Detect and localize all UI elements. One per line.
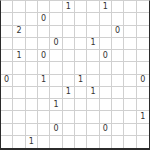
empty-cell-r10c2[interactable] — [26, 124, 38, 136]
empty-cell-r2c2[interactable] — [26, 26, 38, 38]
empty-cell-r9c2[interactable] — [26, 111, 38, 123]
empty-cell-r11c11[interactable] — [137, 136, 149, 148]
empty-cell-r1c7[interactable] — [87, 13, 99, 25]
empty-cell-r10c3[interactable] — [38, 124, 50, 136]
clue-cell-r7c7: 1 — [87, 87, 99, 99]
empty-cell-r11c9[interactable] — [112, 136, 124, 148]
empty-cell-r4c5[interactable] — [63, 50, 75, 62]
empty-cell-r1c0[interactable] — [1, 13, 13, 25]
clue-cell-r6c3: 1 — [38, 75, 50, 87]
empty-cell-r6c5[interactable] — [63, 75, 75, 87]
empty-cell-r11c0[interactable] — [1, 136, 13, 148]
empty-cell-r8c1[interactable] — [13, 99, 25, 111]
empty-cell-r11c5[interactable] — [63, 136, 75, 148]
empty-cell-r11c7[interactable] — [87, 136, 99, 148]
empty-cell-r6c9[interactable] — [112, 75, 124, 87]
empty-cell-r7c1[interactable] — [13, 87, 25, 99]
empty-cell-r7c9[interactable] — [112, 87, 124, 99]
empty-cell-r10c0[interactable] — [1, 124, 13, 136]
empty-cell-r5c9[interactable] — [112, 62, 124, 74]
empty-cell-r0c11[interactable] — [137, 1, 149, 13]
empty-cell-r9c9[interactable] — [112, 111, 124, 123]
empty-cell-r4c2[interactable] — [26, 50, 38, 62]
empty-cell-r4c7[interactable] — [87, 50, 99, 62]
empty-cell-r8c2[interactable] — [26, 99, 38, 111]
empty-cell-r6c4[interactable] — [50, 75, 62, 87]
clue-cell-r4c8: 0 — [100, 50, 112, 62]
empty-cell-r8c9[interactable] — [112, 99, 124, 111]
clue-cell-r0c5: 1 — [63, 1, 75, 13]
clue-cell-r6c6: 1 — [75, 75, 87, 87]
clue-cell-r7c5: 1 — [63, 87, 75, 99]
clue-cell-r6c0: 0 — [1, 75, 13, 87]
empty-cell-r10c10[interactable] — [124, 124, 136, 136]
clue-cell-r10c8: 0 — [100, 124, 112, 136]
empty-cell-r0c9[interactable] — [112, 1, 124, 13]
empty-cell-r4c10[interactable] — [124, 50, 136, 62]
empty-cell-r1c8[interactable] — [100, 13, 112, 25]
empty-cell-r2c4[interactable] — [50, 26, 62, 38]
empty-cell-r5c1[interactable] — [13, 62, 25, 74]
empty-cell-r4c4[interactable] — [50, 50, 62, 62]
empty-cell-r9c8[interactable] — [100, 111, 112, 123]
clue-cell-r2c9: 0 — [112, 26, 124, 38]
empty-cell-r1c11[interactable] — [137, 13, 149, 25]
empty-cell-r2c7[interactable] — [87, 26, 99, 38]
clue-cell-r0c8: 1 — [100, 1, 112, 13]
empty-cell-r8c6[interactable] — [75, 99, 87, 111]
empty-cell-r1c5[interactable] — [63, 13, 75, 25]
empty-cell-r2c5[interactable] — [63, 26, 75, 38]
empty-cell-r7c3[interactable] — [38, 87, 50, 99]
empty-cell-r3c2[interactable] — [26, 38, 38, 50]
empty-cell-r9c6[interactable] — [75, 111, 87, 123]
empty-cell-r6c2[interactable] — [26, 75, 38, 87]
empty-cell-r11c10[interactable] — [124, 136, 136, 148]
empty-cell-r5c5[interactable] — [63, 62, 75, 74]
empty-cell-r1c4[interactable] — [50, 13, 62, 25]
empty-cell-r11c1[interactable] — [13, 136, 25, 148]
empty-cell-r1c9[interactable] — [112, 13, 124, 25]
empty-cell-r5c10[interactable] — [124, 62, 136, 74]
clue-cell-r6c11: 0 — [137, 75, 149, 87]
empty-cell-r8c7[interactable] — [87, 99, 99, 111]
empty-cell-r2c8[interactable] — [100, 26, 112, 38]
clue-cell-r3c7: 1 — [87, 38, 99, 50]
empty-cell-r3c11[interactable] — [137, 38, 149, 50]
empty-cell-r2c10[interactable] — [124, 26, 136, 38]
puzzle-board: 110200110001101111001 — [0, 0, 150, 150]
empty-cell-r10c9[interactable] — [112, 124, 124, 136]
empty-cell-r7c8[interactable] — [100, 87, 112, 99]
empty-cell-r4c11[interactable] — [137, 50, 149, 62]
empty-cell-r2c6[interactable] — [75, 26, 87, 38]
empty-cell-r1c6[interactable] — [75, 13, 87, 25]
empty-cell-r3c0[interactable] — [1, 38, 13, 50]
empty-cell-r4c0[interactable] — [1, 50, 13, 62]
empty-cell-r0c3[interactable] — [38, 1, 50, 13]
empty-cell-r6c7[interactable] — [87, 75, 99, 87]
empty-cell-r3c8[interactable] — [100, 38, 112, 50]
clue-cell-r4c3: 0 — [38, 50, 50, 62]
empty-cell-r7c6[interactable] — [75, 87, 87, 99]
empty-cell-r5c7[interactable] — [87, 62, 99, 74]
empty-cell-r2c3[interactable] — [38, 26, 50, 38]
empty-cell-r4c9[interactable] — [112, 50, 124, 62]
empty-cell-r0c1[interactable] — [13, 1, 25, 13]
empty-cell-r11c3[interactable] — [38, 136, 50, 148]
empty-cell-r3c3[interactable] — [38, 38, 50, 50]
empty-cell-r4c6[interactable] — [75, 50, 87, 62]
empty-cell-r6c8[interactable] — [100, 75, 112, 87]
clue-cell-r10c4: 0 — [50, 124, 62, 136]
empty-cell-r2c0[interactable] — [1, 26, 13, 38]
empty-cell-r7c0[interactable] — [1, 87, 13, 99]
empty-cell-r3c1[interactable] — [13, 38, 25, 50]
clue-cell-r1c3: 0 — [38, 13, 50, 25]
empty-cell-r5c3[interactable] — [38, 62, 50, 74]
empty-cell-r8c10[interactable] — [124, 99, 136, 111]
clue-cell-r11c2: 1 — [26, 136, 38, 148]
empty-cell-r3c5[interactable] — [63, 38, 75, 50]
clue-cell-r9c11: 1 — [137, 111, 149, 123]
empty-cell-r3c10[interactable] — [124, 38, 136, 50]
empty-cell-r5c4[interactable] — [50, 62, 62, 74]
empty-cell-r10c1[interactable] — [13, 124, 25, 136]
empty-cell-r9c1[interactable] — [13, 111, 25, 123]
empty-cell-r0c7[interactable] — [87, 1, 99, 13]
empty-cell-r11c4[interactable] — [50, 136, 62, 148]
empty-cell-r9c3[interactable] — [38, 111, 50, 123]
empty-cell-r5c0[interactable] — [1, 62, 13, 74]
empty-cell-r7c11[interactable] — [137, 87, 149, 99]
clue-cell-r8c4: 1 — [50, 99, 62, 111]
empty-cell-r0c4[interactable] — [50, 1, 62, 13]
empty-cell-r5c2[interactable] — [26, 62, 38, 74]
empty-cell-r5c8[interactable] — [100, 62, 112, 74]
empty-cell-r11c6[interactable] — [75, 136, 87, 148]
empty-cell-r8c3[interactable] — [38, 99, 50, 111]
empty-cell-r0c10[interactable] — [124, 1, 136, 13]
empty-cell-r0c6[interactable] — [75, 1, 87, 13]
empty-cell-r10c11[interactable] — [137, 124, 149, 136]
empty-cell-r7c2[interactable] — [26, 87, 38, 99]
empty-cell-r1c10[interactable] — [124, 13, 136, 25]
empty-cell-r1c1[interactable] — [13, 13, 25, 25]
empty-cell-r9c10[interactable] — [124, 111, 136, 123]
empty-cell-r6c10[interactable] — [124, 75, 136, 87]
empty-cell-r8c11[interactable] — [137, 99, 149, 111]
empty-cell-r6c1[interactable] — [13, 75, 25, 87]
empty-cell-r8c0[interactable] — [1, 99, 13, 111]
empty-cell-r0c0[interactable] — [1, 1, 13, 13]
empty-cell-r11c8[interactable] — [100, 136, 112, 148]
empty-cell-r10c5[interactable] — [63, 124, 75, 136]
empty-cell-r8c8[interactable] — [100, 99, 112, 111]
empty-cell-r2c11[interactable] — [137, 26, 149, 38]
clue-cell-r4c1: 1 — [13, 50, 25, 62]
empty-cell-r9c7[interactable] — [87, 111, 99, 123]
empty-cell-r7c10[interactable] — [124, 87, 136, 99]
empty-cell-r3c6[interactable] — [75, 38, 87, 50]
empty-cell-r5c6[interactable] — [75, 62, 87, 74]
empty-cell-r10c6[interactable] — [75, 124, 87, 136]
empty-cell-r10c7[interactable] — [87, 124, 99, 136]
empty-cell-r9c5[interactable] — [63, 111, 75, 123]
clue-cell-r3c4: 0 — [50, 38, 62, 50]
empty-cell-r9c0[interactable] — [1, 111, 13, 123]
clue-cell-r2c1: 2 — [13, 26, 25, 38]
empty-cell-r3c9[interactable] — [112, 38, 124, 50]
empty-cell-r1c2[interactable] — [26, 13, 38, 25]
empty-cell-r5c11[interactable] — [137, 62, 149, 74]
empty-cell-r9c4[interactable] — [50, 111, 62, 123]
empty-cell-r0c2[interactable] — [26, 1, 38, 13]
empty-cell-r8c5[interactable] — [63, 99, 75, 111]
empty-cell-r7c4[interactable] — [50, 87, 62, 99]
